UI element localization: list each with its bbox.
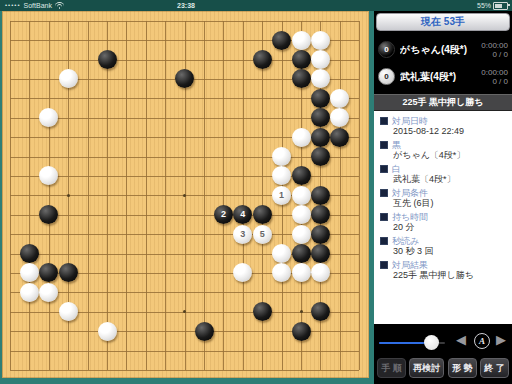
black-stone <box>292 166 311 185</box>
black-stone <box>98 50 117 69</box>
go-board-icon <box>380 141 388 149</box>
black-stone <box>311 225 330 244</box>
black-stone <box>330 128 349 147</box>
white-stone <box>39 108 58 127</box>
autoplay-button[interactable]: A <box>474 333 490 349</box>
white-stone <box>59 69 78 88</box>
moves-button[interactable]: 手 順 <box>377 358 406 378</box>
grid-line <box>10 292 359 293</box>
black-stone <box>272 31 291 50</box>
info-item-label: 対局日時 <box>392 116 428 126</box>
go-board-icon <box>380 189 388 197</box>
info-item-label: 対局条件 <box>392 188 428 198</box>
grid-line <box>243 21 244 370</box>
black-player-time: 0:00:00 0 / 0 <box>481 41 508 59</box>
review-button[interactable]: 再検討 <box>409 358 444 378</box>
go-board-icon <box>380 117 388 125</box>
black-stone <box>311 205 330 224</box>
black-player-name: がちゃん(4段*) <box>400 43 481 57</box>
info-item: 持ち時間20 分 <box>380 211 506 235</box>
player-row-black: 0 がちゃん(4段*) 0:00:00 0 / 0 <box>378 36 508 63</box>
white-stone <box>311 69 330 88</box>
black-stone <box>311 244 330 263</box>
white-stone <box>292 263 311 282</box>
player-row-white: 0 武礼葉(4段*) 0:00:00 0 / 0 <box>378 63 508 90</box>
black-stone <box>311 128 330 147</box>
move-slider[interactable] <box>379 336 445 350</box>
black-stone <box>20 244 39 263</box>
white-stone <box>98 322 117 341</box>
info-item-value: 互先 (6目) <box>380 198 506 209</box>
black-stone <box>311 186 330 205</box>
black-stone <box>59 263 78 282</box>
info-item-label: 対局結果 <box>392 260 428 270</box>
info-item: 対局結果225手 黒中押し勝ち <box>380 259 506 283</box>
info-item-label: 白 <box>392 164 401 174</box>
move-number-label: 4 <box>240 210 245 219</box>
white-stone: 1 <box>272 186 291 205</box>
grid-line <box>10 351 359 352</box>
battery-percent-label: 55% <box>477 0 491 11</box>
side-panel: 現在 53手 0 がちゃん(4段*) 0:00:00 0 / 0 0 武礼葉(4… <box>374 11 512 384</box>
white-stone <box>330 89 349 108</box>
info-item: 対局条件互先 (6目) <box>380 187 506 211</box>
grid-line <box>359 21 360 370</box>
white-stone: 5 <box>253 225 272 244</box>
info-item-label: 黒 <box>392 140 401 150</box>
slider-knob[interactable] <box>424 335 439 350</box>
white-player-name: 武礼葉(4段*) <box>400 70 481 84</box>
exit-button[interactable]: 終 了 <box>480 358 509 378</box>
white-stone <box>272 263 291 282</box>
info-item: 対局日時2015-08-12 22:49 <box>380 115 506 139</box>
white-stone <box>311 50 330 69</box>
star-point <box>300 310 303 313</box>
black-stone <box>195 322 214 341</box>
black-stone <box>311 108 330 127</box>
white-stone <box>59 302 78 321</box>
white-stone <box>292 128 311 147</box>
info-item: 秒読み30 秒 3 回 <box>380 235 506 259</box>
white-stone <box>20 263 39 282</box>
playback-controls: ◀ A ▶ 手 順 再検討 形 勢 終 了 <box>374 324 512 384</box>
move-number-label: 1 <box>279 191 284 200</box>
next-move-button[interactable]: ▶ <box>496 333 506 346</box>
white-stone <box>311 263 330 282</box>
grid-line <box>340 21 341 370</box>
current-move-button[interactable]: 現在 53手 <box>376 13 510 31</box>
black-stone <box>311 89 330 108</box>
black-stone <box>175 69 194 88</box>
result-header: 225手 黒中押し勝ち <box>374 94 512 111</box>
info-item: 黒がちゃん〔4段*〕 <box>380 139 506 163</box>
white-stone <box>39 283 58 302</box>
info-item: 白武礼葉〔4段*〕 <box>380 163 506 187</box>
info-item-value: 30 秒 3 回 <box>380 246 506 257</box>
black-stone <box>292 322 311 341</box>
grid-line <box>223 21 224 370</box>
star-point <box>67 194 70 197</box>
move-number-label: 5 <box>260 230 265 239</box>
info-item-value: 武礼葉〔4段*〕 <box>380 174 506 185</box>
info-item-value: 2015-08-12 22:49 <box>380 126 506 137</box>
white-stone <box>233 263 252 282</box>
clock-label: 23:38 <box>0 0 372 11</box>
white-stone <box>311 31 330 50</box>
white-player-time: 0:00:00 0 / 0 <box>481 68 508 86</box>
black-stone <box>253 50 272 69</box>
black-stone-icon: 0 <box>378 41 395 58</box>
move-number-label: 2 <box>221 210 226 219</box>
go-board-icon <box>380 261 388 269</box>
white-stone: 3 <box>233 225 252 244</box>
white-stone-icon: 0 <box>378 68 395 85</box>
black-stone <box>292 244 311 263</box>
info-item-value: 225手 黒中押し勝ち <box>380 270 506 281</box>
game-info-list: 対局日時2015-08-12 22:49黒がちゃん〔4段*〕白武礼葉〔4段*〕対… <box>374 111 512 324</box>
white-stone <box>292 225 311 244</box>
star-point <box>183 310 186 313</box>
white-stone <box>272 166 291 185</box>
info-item-value: 20 分 <box>380 222 506 233</box>
estimate-button[interactable]: 形 勢 <box>448 358 477 378</box>
black-stone <box>292 69 311 88</box>
go-board-icon <box>380 165 388 173</box>
black-stone <box>253 205 272 224</box>
battery-icon <box>493 2 508 10</box>
white-stone <box>39 166 58 185</box>
white-stone <box>330 108 349 127</box>
go-board-icon <box>380 213 388 221</box>
action-buttons: 手 順 再検討 形 勢 終 了 <box>374 358 512 378</box>
white-stone <box>20 283 39 302</box>
grid-line <box>204 21 205 370</box>
black-stone: 2 <box>214 205 233 224</box>
go-board-icon <box>380 237 388 245</box>
info-item-value: がちゃん〔4段*〕 <box>380 150 506 161</box>
info-item-label: 秒読み <box>392 236 419 246</box>
status-bar: ••••• SoftBank 23:38 55% <box>0 0 512 11</box>
white-stone <box>292 186 311 205</box>
move-number-label: 3 <box>240 230 245 239</box>
info-item-label: 持ち時間 <box>392 212 428 222</box>
go-board[interactable]: 12435 <box>2 11 369 378</box>
black-stone: 4 <box>233 205 252 224</box>
black-stone <box>311 147 330 166</box>
white-stone <box>292 31 311 50</box>
black-stone <box>292 50 311 69</box>
white-stone <box>272 147 291 166</box>
prev-move-button[interactable]: ◀ <box>456 333 466 346</box>
white-stone <box>272 244 291 263</box>
black-stone <box>311 302 330 321</box>
white-stone <box>292 205 311 224</box>
black-stone <box>253 302 272 321</box>
star-point <box>183 194 186 197</box>
black-stone <box>39 263 58 282</box>
black-stone <box>39 205 58 224</box>
grid-line <box>10 370 359 371</box>
player-clocks: 0 がちゃん(4段*) 0:00:00 0 / 0 0 武礼葉(4段*) 0:0… <box>374 34 512 94</box>
